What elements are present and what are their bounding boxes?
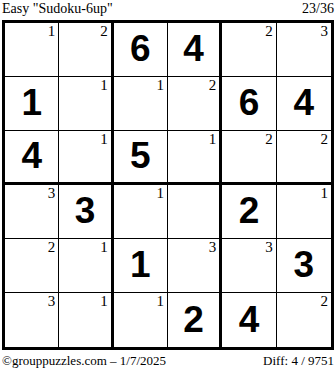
corner-mark: 1 (100, 77, 108, 94)
cell-r6c1[interactable]: 3 (5, 293, 59, 347)
cell-r5c6[interactable]: 3 (277, 239, 331, 293)
corner-mark: 2 (265, 23, 273, 40)
corner-mark: 1 (156, 185, 164, 202)
cell-r3c4[interactable]: 1 (168, 131, 222, 185)
given-digit: 4 (222, 293, 275, 347)
given-digit: 1 (5, 77, 58, 130)
corner-mark: 3 (209, 239, 217, 256)
copyright-date: ©grouppuzzles.com – 1/7/2025 (2, 353, 166, 368)
corner-mark: 3 (48, 185, 56, 202)
cell-r5c1[interactable]: 2 (5, 239, 59, 293)
given-digit: 6 (114, 23, 167, 76)
cell-r6c6[interactable]: 2 (277, 293, 331, 347)
given-digit: 6 (222, 77, 275, 130)
puzzle-page: Easy "Sudoku-6up" 23/36 1264231112644151… (0, 0, 336, 370)
given-digit: 2 (168, 293, 219, 347)
cell-r4c2[interactable]: 3 (59, 185, 113, 239)
cell-r1c2[interactable]: 2 (59, 23, 113, 77)
cell-r6c5[interactable]: 4 (222, 293, 276, 347)
corner-mark: 2 (320, 293, 328, 310)
given-digit: 4 (5, 131, 58, 182)
cell-r2c4[interactable]: 2 (168, 77, 222, 131)
cell-r2c5[interactable]: 6 (222, 77, 276, 131)
corner-mark: 3 (320, 23, 328, 40)
puzzle-title: Easy "Sudoku-6up" (2, 1, 113, 17)
corner-mark: 3 (48, 293, 56, 310)
cell-r4c6[interactable]: 1 (277, 185, 331, 239)
given-digit: 1 (114, 239, 167, 292)
given-digit: 2 (222, 185, 275, 238)
corner-mark: 2 (209, 77, 217, 94)
cell-r3c6[interactable]: 2 (277, 131, 331, 185)
corner-mark: 2 (100, 23, 108, 40)
cell-r4c3[interactable]: 1 (114, 185, 168, 239)
cell-r3c3[interactable]: 5 (114, 131, 168, 185)
corner-mark: 2 (320, 131, 328, 148)
cell-r4c1[interactable]: 3 (5, 185, 59, 239)
cell-r1c5[interactable]: 2 (222, 23, 276, 77)
cell-r2c1[interactable]: 1 (5, 77, 59, 131)
footer: ©grouppuzzles.com – 1/7/2025 Diff: 4 / 9… (0, 350, 336, 370)
cell-r5c3[interactable]: 1 (114, 239, 168, 293)
corner-mark: 1 (209, 131, 217, 148)
cell-r3c1[interactable]: 4 (5, 131, 59, 185)
cell-r6c2[interactable]: 1 (59, 293, 113, 347)
given-digit: 4 (168, 23, 219, 76)
cell-r5c5[interactable]: 3 (222, 239, 276, 293)
cell-r1c4[interactable]: 4 (168, 23, 222, 77)
difficulty-label: Diff: 4 / 9751 (263, 353, 334, 368)
cell-r5c2[interactable]: 1 (59, 239, 113, 293)
cells-remaining-counter: 23/36 (302, 1, 334, 17)
corner-mark: 1 (156, 293, 164, 310)
corner-mark: 3 (265, 239, 273, 256)
corner-mark: 1 (48, 23, 56, 40)
corner-mark: 1 (100, 131, 108, 148)
cell-r1c3[interactable]: 6 (114, 23, 168, 77)
given-digit: 4 (277, 77, 331, 130)
given-digit: 3 (59, 185, 110, 238)
cell-r6c4[interactable]: 2 (168, 293, 222, 347)
corner-mark: 2 (265, 131, 273, 148)
cell-r3c2[interactable]: 1 (59, 131, 113, 185)
cell-r2c3[interactable]: 1 (114, 77, 168, 131)
cell-r2c2[interactable]: 1 (59, 77, 113, 131)
given-digit: 3 (277, 239, 331, 292)
corner-mark: 1 (156, 77, 164, 94)
header: Easy "Sudoku-6up" 23/36 (0, 0, 336, 20)
corner-mark: 1 (100, 239, 108, 256)
given-digit: 5 (114, 131, 167, 182)
cell-r4c4[interactable] (168, 185, 222, 239)
sudoku-board: 12642311126441512233121211333311242 (2, 20, 334, 350)
cell-r1c1[interactable]: 1 (5, 23, 59, 77)
cell-r5c4[interactable]: 3 (168, 239, 222, 293)
cell-r1c6[interactable]: 3 (277, 23, 331, 77)
cell-r4c5[interactable]: 2 (222, 185, 276, 239)
corner-mark: 1 (100, 293, 108, 310)
corner-mark: 1 (320, 185, 328, 202)
corner-mark: 2 (48, 239, 56, 256)
cell-r3c5[interactable]: 2 (222, 131, 276, 185)
cell-r6c3[interactable]: 1 (114, 293, 168, 347)
cell-r2c6[interactable]: 4 (277, 77, 331, 131)
